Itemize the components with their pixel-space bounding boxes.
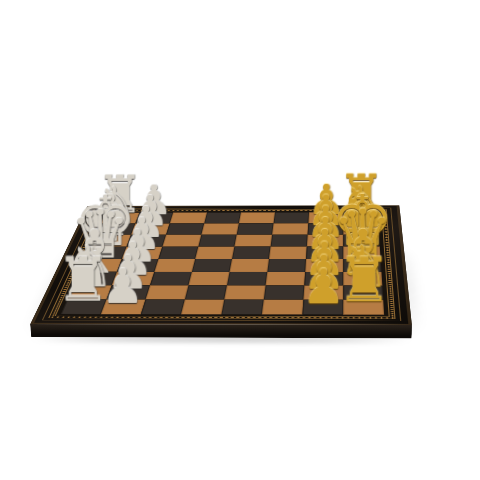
square-c4[interactable] bbox=[188, 272, 229, 286]
square-h4[interactable] bbox=[204, 212, 241, 223]
square-g3[interactable] bbox=[166, 223, 204, 234]
square-c5[interactable] bbox=[227, 272, 267, 286]
square-c6[interactable] bbox=[266, 272, 306, 286]
square-g5[interactable] bbox=[237, 223, 274, 234]
chess-board: ♜♟♟♜♞♟♟♞♝♟♟♝♚♟♟♚♛♟♟♛♝♟♟♝♞♟♟♞♜♟♟♜ bbox=[30, 205, 411, 325]
square-a4[interactable] bbox=[181, 300, 224, 315]
gilt-dotted-band: ♜♟♟♜♞♟♟♞♝♟♟♝♚♟♟♚♛♟♟♛♝♟♟♝♞♟♟♞♜♟♟♜ bbox=[48, 209, 395, 319]
square-d3[interactable] bbox=[154, 259, 195, 272]
square-f3[interactable] bbox=[162, 235, 201, 247]
square-a1[interactable]: ♜ bbox=[61, 299, 107, 314]
square-e5[interactable] bbox=[232, 247, 271, 259]
square-a3[interactable] bbox=[141, 299, 185, 314]
square-f4[interactable] bbox=[198, 235, 236, 247]
square-a6[interactable] bbox=[262, 300, 304, 315]
square-b3[interactable] bbox=[146, 285, 189, 299]
square-h3[interactable] bbox=[170, 212, 207, 223]
product-photo-stage: ♜♟♟♜♞♟♟♞♝♟♟♝♚♟♟♚♛♟♟♛♝♟♟♝♞♟♟♞♜♟♟♜ bbox=[0, 0, 480, 480]
square-d4[interactable] bbox=[192, 259, 232, 272]
square-e4[interactable] bbox=[195, 247, 234, 259]
square-b4[interactable] bbox=[185, 285, 227, 299]
square-a5[interactable] bbox=[221, 300, 263, 315]
silver-pawn-a2[interactable]: ♟ bbox=[101, 263, 144, 311]
square-a8[interactable]: ♜ bbox=[343, 300, 384, 315]
board-scene: ♜♟♟♜♞♟♟♞♝♟♟♝♚♟♟♚♛♟♟♛♝♟♟♝♞♟♟♞♜♟♟♜ bbox=[60, 87, 404, 431]
square-f5[interactable] bbox=[234, 235, 272, 247]
square-d6[interactable] bbox=[267, 259, 306, 272]
square-e3[interactable] bbox=[158, 247, 198, 259]
square-b5[interactable] bbox=[224, 285, 265, 299]
square-d5[interactable] bbox=[230, 259, 269, 272]
square-c3[interactable] bbox=[150, 272, 192, 286]
board-grid: ♜♟♟♜♞♟♟♞♝♟♟♝♚♟♟♚♛♟♟♛♝♟♟♝♞♟♟♞♜♟♟♜ bbox=[61, 212, 384, 315]
square-e6[interactable] bbox=[269, 247, 307, 259]
board-front-edge bbox=[30, 324, 411, 339]
square-h5[interactable] bbox=[239, 212, 275, 223]
gilt-outer-ring: ♜♟♟♜♞♟♟♞♝♟♟♝♚♟♟♚♛♟♟♛♝♟♟♝♞♟♟♞♜♟♟♜ bbox=[42, 208, 401, 321]
square-g4[interactable] bbox=[201, 223, 239, 234]
square-a2[interactable]: ♟ bbox=[101, 299, 146, 314]
square-b6[interactable] bbox=[264, 286, 305, 300]
gold-rook-a8[interactable]: ♜ bbox=[336, 250, 391, 311]
gilt-inner-ring: ♜♟♟♜♞♟♟♞♝♟♟♝♚♟♟♚♛♟♟♛♝♟♟♝♞♟♟♞♜♟♟♜ bbox=[55, 211, 390, 317]
